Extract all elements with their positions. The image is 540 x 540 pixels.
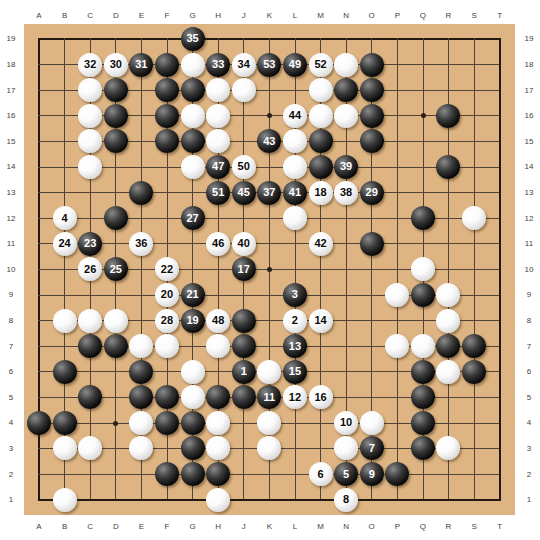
stone-D18: 30 bbox=[104, 53, 128, 77]
stone-N14: 39 bbox=[334, 155, 358, 179]
stone-P9 bbox=[385, 283, 409, 307]
stone-N2: 5 bbox=[334, 462, 358, 486]
stone-J14: 50 bbox=[232, 155, 256, 179]
col-label-top-A: A bbox=[26, 9, 52, 21]
stone-H11: 46 bbox=[206, 232, 230, 256]
row-label-right-15: 15 bbox=[521, 129, 537, 155]
stone-N3 bbox=[334, 436, 358, 460]
stone-M17 bbox=[309, 78, 333, 102]
col-label-bottom-M: M bbox=[308, 520, 334, 532]
stone-Q3 bbox=[411, 436, 435, 460]
row-label-left-13: 13 bbox=[3, 180, 19, 206]
col-label-bottom-E: E bbox=[129, 520, 155, 532]
stone-O16 bbox=[360, 104, 384, 128]
stone-H17 bbox=[206, 78, 230, 102]
stone-K15: 43 bbox=[257, 129, 281, 153]
stone-K13: 37 bbox=[257, 181, 281, 205]
row-label-left-2: 2 bbox=[3, 461, 19, 487]
col-label-bottom-S: S bbox=[461, 520, 487, 532]
stone-E6 bbox=[129, 360, 153, 384]
col-label-top-J: J bbox=[231, 9, 257, 21]
col-label-top-B: B bbox=[52, 9, 78, 21]
stone-D10: 25 bbox=[104, 257, 128, 281]
stone-G19: 35 bbox=[181, 27, 205, 51]
stone-R6 bbox=[436, 360, 460, 384]
row-label-right-11: 11 bbox=[521, 231, 537, 257]
col-label-top-D: D bbox=[103, 9, 129, 21]
stone-E7 bbox=[129, 334, 153, 358]
stone-B8 bbox=[53, 309, 77, 333]
stone-F10: 22 bbox=[155, 257, 179, 281]
col-label-top-E: E bbox=[129, 9, 155, 21]
stone-M14 bbox=[309, 155, 333, 179]
row-label-left-18: 18 bbox=[3, 52, 19, 78]
stone-F16 bbox=[155, 104, 179, 128]
stone-Q10 bbox=[411, 257, 435, 281]
row-label-right-5: 5 bbox=[521, 385, 537, 411]
stone-E5 bbox=[129, 385, 153, 409]
stone-E3 bbox=[129, 436, 153, 460]
col-label-top-G: G bbox=[180, 9, 206, 21]
col-label-top-R: R bbox=[436, 9, 462, 21]
row-label-left-11: 11 bbox=[3, 231, 19, 257]
col-label-bottom-T: T bbox=[487, 520, 513, 532]
stone-R3 bbox=[436, 436, 460, 460]
row-label-right-13: 13 bbox=[521, 180, 537, 206]
stone-Q6 bbox=[411, 360, 435, 384]
stone-O3: 7 bbox=[360, 436, 384, 460]
col-label-bottom-C: C bbox=[77, 520, 103, 532]
stone-J8 bbox=[232, 309, 256, 333]
stone-G18 bbox=[181, 53, 205, 77]
stone-D12 bbox=[104, 206, 128, 230]
stone-M16 bbox=[309, 104, 333, 128]
col-label-top-M: M bbox=[308, 9, 334, 21]
stone-F5 bbox=[155, 385, 179, 409]
stone-G16 bbox=[181, 104, 205, 128]
stone-D8 bbox=[104, 309, 128, 333]
stone-F4 bbox=[155, 411, 179, 435]
stone-K18: 53 bbox=[257, 53, 281, 77]
stone-G5 bbox=[181, 385, 205, 409]
row-label-left-19: 19 bbox=[3, 26, 19, 52]
stone-F2 bbox=[155, 462, 179, 486]
stone-B6 bbox=[53, 360, 77, 384]
stone-B4 bbox=[53, 411, 77, 435]
stone-F7 bbox=[155, 334, 179, 358]
stone-Q5 bbox=[411, 385, 435, 409]
stone-G15 bbox=[181, 129, 205, 153]
row-label-right-4: 4 bbox=[521, 410, 537, 436]
stone-B11: 24 bbox=[53, 232, 77, 256]
stone-L12 bbox=[283, 206, 307, 230]
stone-K3 bbox=[257, 436, 281, 460]
stone-J10: 17 bbox=[232, 257, 256, 281]
col-label-bottom-L: L bbox=[282, 520, 308, 532]
stone-H5 bbox=[206, 385, 230, 409]
col-label-bottom-G: G bbox=[180, 520, 206, 532]
stone-G9: 21 bbox=[181, 283, 205, 307]
stone-F15 bbox=[155, 129, 179, 153]
stone-G4 bbox=[181, 411, 205, 435]
stone-K4 bbox=[257, 411, 281, 435]
stone-B3 bbox=[53, 436, 77, 460]
row-label-left-8: 8 bbox=[3, 308, 19, 334]
stone-H18: 33 bbox=[206, 53, 230, 77]
stone-L15 bbox=[283, 129, 307, 153]
stone-D7 bbox=[104, 334, 128, 358]
col-label-top-S: S bbox=[461, 9, 487, 21]
stone-P7 bbox=[385, 334, 409, 358]
stone-B1 bbox=[53, 488, 77, 512]
row-label-right-10: 10 bbox=[521, 257, 537, 283]
row-label-left-15: 15 bbox=[3, 129, 19, 155]
col-label-bottom-A: A bbox=[26, 520, 52, 532]
stone-L13: 41 bbox=[283, 181, 307, 205]
stone-grid: 3532303133345349524443475039514537411838… bbox=[26, 26, 512, 512]
stone-O11 bbox=[360, 232, 384, 256]
stone-C15 bbox=[78, 129, 102, 153]
stone-L9: 3 bbox=[283, 283, 307, 307]
stone-C18: 32 bbox=[78, 53, 102, 77]
row-label-right-3: 3 bbox=[521, 436, 537, 462]
stone-R16 bbox=[436, 104, 460, 128]
stone-O18 bbox=[360, 53, 384, 77]
stone-D17 bbox=[104, 78, 128, 102]
stone-G2 bbox=[181, 462, 205, 486]
stone-O17 bbox=[360, 78, 384, 102]
stone-E18: 31 bbox=[129, 53, 153, 77]
row-label-right-7: 7 bbox=[521, 333, 537, 359]
col-label-top-P: P bbox=[385, 9, 411, 21]
stone-J18: 34 bbox=[232, 53, 256, 77]
stone-R14 bbox=[436, 155, 460, 179]
row-label-left-9: 9 bbox=[3, 282, 19, 308]
go-board-page: 3532303133345349524443475039514537411838… bbox=[0, 0, 540, 540]
stone-G6 bbox=[181, 360, 205, 384]
col-label-bottom-B: B bbox=[52, 520, 78, 532]
row-label-right-6: 6 bbox=[521, 359, 537, 385]
stone-B12: 4 bbox=[53, 206, 77, 230]
stone-C3 bbox=[78, 436, 102, 460]
row-label-left-10: 10 bbox=[3, 257, 19, 283]
stone-L8: 2 bbox=[283, 309, 307, 333]
stone-E4 bbox=[129, 411, 153, 435]
row-label-right-17: 17 bbox=[521, 77, 537, 103]
col-label-top-T: T bbox=[487, 9, 513, 21]
stone-M11: 42 bbox=[309, 232, 333, 256]
row-label-right-18: 18 bbox=[521, 52, 537, 78]
stone-J13: 45 bbox=[232, 181, 256, 205]
stone-G17 bbox=[181, 78, 205, 102]
col-label-top-H: H bbox=[205, 9, 231, 21]
stone-N16 bbox=[334, 104, 358, 128]
col-label-bottom-O: O bbox=[359, 520, 385, 532]
row-label-left-1: 1 bbox=[3, 487, 19, 513]
stone-H3 bbox=[206, 436, 230, 460]
stone-H14: 47 bbox=[206, 155, 230, 179]
stone-O13: 29 bbox=[360, 181, 384, 205]
stone-L16: 44 bbox=[283, 104, 307, 128]
col-label-top-F: F bbox=[154, 9, 180, 21]
stone-C14 bbox=[78, 155, 102, 179]
col-label-top-O: O bbox=[359, 9, 385, 21]
stone-C10: 26 bbox=[78, 257, 102, 281]
stone-C7 bbox=[78, 334, 102, 358]
stone-M8: 14 bbox=[309, 309, 333, 333]
stone-M18: 52 bbox=[309, 53, 333, 77]
col-label-bottom-F: F bbox=[154, 520, 180, 532]
column-labels-top: ABCDEFGHJKLMNOPQRST bbox=[26, 9, 512, 21]
col-label-bottom-J: J bbox=[231, 520, 257, 532]
col-label-bottom-R: R bbox=[436, 520, 462, 532]
stone-G8: 19 bbox=[181, 309, 205, 333]
row-labels-left: 19181716151413121110987654321 bbox=[3, 26, 19, 512]
col-label-top-K: K bbox=[257, 9, 283, 21]
stone-Q4 bbox=[411, 411, 435, 435]
stone-H13: 51 bbox=[206, 181, 230, 205]
row-label-left-7: 7 bbox=[3, 333, 19, 359]
stone-N4: 10 bbox=[334, 411, 358, 435]
stone-C8 bbox=[78, 309, 102, 333]
col-label-bottom-H: H bbox=[205, 520, 231, 532]
stone-P2 bbox=[385, 462, 409, 486]
col-label-top-C: C bbox=[77, 9, 103, 21]
stone-M13: 18 bbox=[309, 181, 333, 205]
row-labels-right: 19181716151413121110987654321 bbox=[521, 26, 537, 512]
stone-C17 bbox=[78, 78, 102, 102]
col-label-bottom-N: N bbox=[333, 520, 359, 532]
stone-S7 bbox=[462, 334, 486, 358]
stone-O4 bbox=[360, 411, 384, 435]
column-labels-bottom: ABCDEFGHJKLMNOPQRST bbox=[26, 520, 512, 532]
stone-L18: 49 bbox=[283, 53, 307, 77]
stone-J7 bbox=[232, 334, 256, 358]
stone-C5 bbox=[78, 385, 102, 409]
stone-F8: 28 bbox=[155, 309, 179, 333]
col-label-bottom-D: D bbox=[103, 520, 129, 532]
row-label-left-3: 3 bbox=[3, 436, 19, 462]
stone-M2: 6 bbox=[309, 462, 333, 486]
stone-S12 bbox=[462, 206, 486, 230]
stone-C16 bbox=[78, 104, 102, 128]
stone-H2 bbox=[206, 462, 230, 486]
stone-N13: 38 bbox=[334, 181, 358, 205]
stone-F17 bbox=[155, 78, 179, 102]
stone-G14 bbox=[181, 155, 205, 179]
stone-J11: 40 bbox=[232, 232, 256, 256]
stone-F9: 20 bbox=[155, 283, 179, 307]
stone-L5: 12 bbox=[283, 385, 307, 409]
stone-M5: 16 bbox=[309, 385, 333, 409]
stone-R9 bbox=[436, 283, 460, 307]
stone-L7: 13 bbox=[283, 334, 307, 358]
stone-L14 bbox=[283, 155, 307, 179]
stone-O15 bbox=[360, 129, 384, 153]
stone-J6: 1 bbox=[232, 360, 256, 384]
row-label-left-5: 5 bbox=[3, 385, 19, 411]
stone-N17 bbox=[334, 78, 358, 102]
row-label-left-6: 6 bbox=[3, 359, 19, 385]
row-label-right-19: 19 bbox=[521, 26, 537, 52]
row-label-left-12: 12 bbox=[3, 205, 19, 231]
col-label-top-L: L bbox=[282, 9, 308, 21]
stone-E11: 36 bbox=[129, 232, 153, 256]
stone-H16 bbox=[206, 104, 230, 128]
row-label-left-17: 17 bbox=[3, 77, 19, 103]
stone-H7 bbox=[206, 334, 230, 358]
stone-S6 bbox=[462, 360, 486, 384]
stone-H15 bbox=[206, 129, 230, 153]
stone-J17 bbox=[232, 78, 256, 102]
stone-R7 bbox=[436, 334, 460, 358]
stone-H1 bbox=[206, 488, 230, 512]
row-label-right-12: 12 bbox=[521, 205, 537, 231]
col-label-top-Q: Q bbox=[410, 9, 436, 21]
stone-L6: 15 bbox=[283, 360, 307, 384]
row-label-right-16: 16 bbox=[521, 103, 537, 129]
stone-H8: 48 bbox=[206, 309, 230, 333]
stone-C11: 23 bbox=[78, 232, 102, 256]
stone-G12: 27 bbox=[181, 206, 205, 230]
row-label-right-14: 14 bbox=[521, 154, 537, 180]
stone-Q9 bbox=[411, 283, 435, 307]
stone-Q7 bbox=[411, 334, 435, 358]
stone-D15 bbox=[104, 129, 128, 153]
stone-N1: 8 bbox=[334, 488, 358, 512]
stone-G3 bbox=[181, 436, 205, 460]
col-label-bottom-Q: Q bbox=[410, 520, 436, 532]
row-label-left-14: 14 bbox=[3, 154, 19, 180]
stone-F18 bbox=[155, 53, 179, 77]
stone-M15 bbox=[309, 129, 333, 153]
stone-N18 bbox=[334, 53, 358, 77]
col-label-top-N: N bbox=[333, 9, 359, 21]
row-label-right-2: 2 bbox=[521, 461, 537, 487]
stone-E13 bbox=[129, 181, 153, 205]
stone-K6 bbox=[257, 360, 281, 384]
col-label-bottom-K: K bbox=[257, 520, 283, 532]
stone-K5: 11 bbox=[257, 385, 281, 409]
row-label-left-4: 4 bbox=[3, 410, 19, 436]
row-label-right-8: 8 bbox=[521, 308, 537, 334]
stone-A4 bbox=[27, 411, 51, 435]
row-label-left-16: 16 bbox=[3, 103, 19, 129]
stone-D16 bbox=[104, 104, 128, 128]
stone-Q12 bbox=[411, 206, 435, 230]
stone-J5 bbox=[232, 385, 256, 409]
stone-R8 bbox=[436, 309, 460, 333]
col-label-bottom-P: P bbox=[385, 520, 411, 532]
row-label-right-9: 9 bbox=[521, 282, 537, 308]
row-label-right-1: 1 bbox=[521, 487, 537, 513]
stone-O2: 9 bbox=[360, 462, 384, 486]
stone-H4 bbox=[206, 411, 230, 435]
